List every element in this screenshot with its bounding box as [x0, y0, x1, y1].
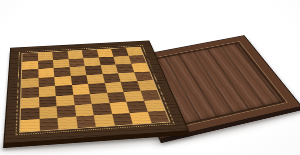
chess-board-grid: [20, 47, 169, 132]
square-h1: [147, 110, 169, 123]
product-photo-scene: [0, 0, 300, 155]
square-b1: [39, 117, 58, 130]
chess-board-inlay-line: [16, 45, 175, 135]
chess-board-frame: [3, 41, 189, 145]
square-d1: [76, 115, 96, 128]
square-c1: [57, 116, 77, 129]
chess-board: [8, 4, 168, 155]
square-a1: [20, 119, 39, 132]
